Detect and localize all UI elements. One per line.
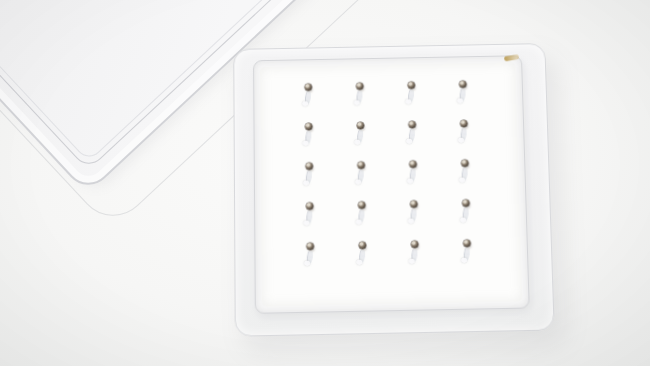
- stud-ball: [461, 160, 468, 167]
- stud-ball: [408, 121, 415, 128]
- stud-ball: [460, 120, 467, 127]
- stud-stem: [408, 129, 415, 142]
- stud-stem: [462, 207, 469, 221]
- nose-stud: [283, 233, 336, 274]
- nose-stud: [388, 231, 441, 272]
- stud-ball: [306, 203, 313, 210]
- nose-stud: [283, 193, 336, 234]
- stud-stem: [463, 248, 470, 262]
- nose-stud: [336, 232, 389, 273]
- nose-stud: [334, 113, 386, 154]
- stud-stem: [410, 208, 417, 222]
- nose-stud: [385, 72, 437, 112]
- nose-stud: [436, 71, 489, 111]
- nose-stud: [438, 150, 491, 191]
- stud-stem: [460, 128, 467, 141]
- stud-stem: [305, 131, 312, 144]
- stud-stem: [356, 130, 363, 143]
- stud-stem: [306, 210, 313, 224]
- stud-stem: [358, 209, 365, 223]
- stud-ball: [411, 241, 418, 248]
- stud-stem: [305, 170, 312, 184]
- stud-stem: [459, 88, 466, 101]
- stud-ball: [358, 202, 365, 209]
- nose-stud: [282, 74, 334, 114]
- nose-stud: [333, 73, 385, 113]
- nose-stud: [283, 153, 335, 194]
- stud-ball: [305, 163, 312, 170]
- nose-stud: [335, 192, 388, 233]
- stud-ball: [459, 81, 466, 88]
- nose-stud: [437, 111, 490, 152]
- stud-grid: [282, 71, 493, 274]
- stud-ball: [410, 201, 417, 208]
- nose-stud: [386, 112, 439, 153]
- foam-insert: [260, 62, 522, 306]
- stud-ball: [463, 240, 470, 247]
- nose-stud: [386, 151, 439, 192]
- case-base: [233, 43, 555, 337]
- photo-scene: [0, 0, 650, 366]
- stud-stem: [358, 250, 365, 264]
- stud-ball: [306, 243, 313, 250]
- stud-ball: [305, 123, 312, 130]
- stud-ball: [356, 83, 363, 90]
- nose-stud: [439, 190, 492, 231]
- stud-stem: [461, 167, 468, 180]
- stud-stem: [407, 89, 414, 102]
- stud-ball: [356, 122, 363, 129]
- blister-tray-wall: [253, 55, 530, 314]
- stud-stem: [357, 169, 364, 183]
- stud-ball: [357, 162, 364, 169]
- stud-ball: [409, 161, 416, 168]
- stud-ball: [462, 200, 469, 207]
- nose-stud: [334, 152, 387, 193]
- stud-stem: [409, 168, 416, 181]
- stud-stem: [304, 91, 311, 104]
- nose-stud: [282, 114, 334, 155]
- stud-stem: [306, 251, 313, 265]
- stud-ball: [304, 84, 311, 91]
- stud-ball: [407, 82, 414, 89]
- stud-ball: [358, 242, 365, 249]
- nose-stud: [387, 191, 440, 232]
- stud-stem: [411, 249, 418, 263]
- stud-stem: [356, 90, 363, 103]
- nose-stud: [440, 230, 493, 271]
